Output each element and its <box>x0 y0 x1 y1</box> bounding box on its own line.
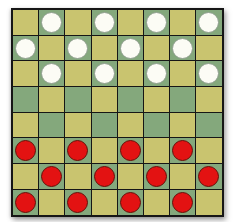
square-r5c8[interactable] <box>196 113 221 138</box>
white-man-piece[interactable]: ⛀ <box>172 38 193 59</box>
square-r2c8[interactable] <box>196 36 221 61</box>
square-r2c1[interactable]: ⛀ <box>13 36 38 61</box>
square-r8c6[interactable] <box>144 190 169 215</box>
white-man-piece[interactable]: ⛀ <box>146 63 167 84</box>
square-r1c4[interactable]: ⛀ <box>92 10 117 35</box>
red-man-piece[interactable]: ⛂ <box>146 166 167 187</box>
square-r5c2[interactable] <box>39 113 64 138</box>
square-r5c5[interactable] <box>118 113 143 138</box>
red-man-piece[interactable]: ⛂ <box>15 192 36 213</box>
square-r6c7[interactable]: ⛂ <box>170 138 195 163</box>
red-man-piece[interactable]: ⛂ <box>172 192 193 213</box>
square-r3c4[interactable]: ⛀ <box>92 61 117 86</box>
red-man-piece[interactable]: ⛂ <box>198 166 219 187</box>
board: ⛀⛀⛀⛀⛀⛀⛀⛀⛀⛀⛀⛀⛂⛂⛂⛂⛂⛂⛂⛂⛂⛂⛂⛂ <box>11 8 224 217</box>
square-r2c2[interactable] <box>39 36 64 61</box>
square-r3c7[interactable] <box>170 61 195 86</box>
square-r1c7[interactable] <box>170 10 195 35</box>
square-r7c1[interactable] <box>13 164 38 189</box>
red-man-piece[interactable]: ⛂ <box>120 192 141 213</box>
square-r4c5[interactable] <box>118 87 143 112</box>
square-r2c6[interactable] <box>144 36 169 61</box>
square-r4c7[interactable] <box>170 87 195 112</box>
square-r2c3[interactable]: ⛀ <box>65 36 90 61</box>
square-r6c5[interactable]: ⛂ <box>118 138 143 163</box>
square-r3c5[interactable] <box>118 61 143 86</box>
checkers-window: ⛀⛀⛀⛀⛀⛀⛀⛀⛀⛀⛀⛀⛂⛂⛂⛂⛂⛂⛂⛂⛂⛂⛂⛂ <box>0 0 235 222</box>
square-r3c8[interactable]: ⛀ <box>196 61 221 86</box>
square-r8c2[interactable] <box>39 190 64 215</box>
square-r7c4[interactable]: ⛂ <box>92 164 117 189</box>
square-r5c4[interactable] <box>92 113 117 138</box>
white-man-piece[interactable]: ⛀ <box>120 38 141 59</box>
square-r1c8[interactable]: ⛀ <box>196 10 221 35</box>
square-r6c8[interactable] <box>196 138 221 163</box>
red-man-piece[interactable]: ⛂ <box>15 140 36 161</box>
red-man-piece[interactable]: ⛂ <box>41 166 62 187</box>
white-man-piece[interactable]: ⛀ <box>198 63 219 84</box>
square-r7c5[interactable] <box>118 164 143 189</box>
square-r4c4[interactable] <box>92 87 117 112</box>
square-r7c8[interactable]: ⛂ <box>196 164 221 189</box>
white-man-piece[interactable]: ⛀ <box>94 12 115 33</box>
square-r4c6[interactable] <box>144 87 169 112</box>
square-r5c7[interactable] <box>170 113 195 138</box>
square-r1c2[interactable]: ⛀ <box>39 10 64 35</box>
square-r8c1[interactable]: ⛂ <box>13 190 38 215</box>
square-r2c5[interactable]: ⛀ <box>118 36 143 61</box>
square-r3c1[interactable] <box>13 61 38 86</box>
square-r2c7[interactable]: ⛀ <box>170 36 195 61</box>
square-r1c3[interactable] <box>65 10 90 35</box>
square-r7c3[interactable] <box>65 164 90 189</box>
square-r8c8[interactable] <box>196 190 221 215</box>
white-man-piece[interactable]: ⛀ <box>94 63 115 84</box>
square-r4c2[interactable] <box>39 87 64 112</box>
red-man-piece[interactable]: ⛂ <box>94 166 115 187</box>
square-r6c4[interactable] <box>92 138 117 163</box>
white-man-piece[interactable]: ⛀ <box>67 38 88 59</box>
white-man-piece[interactable]: ⛀ <box>146 12 167 33</box>
red-man-piece[interactable]: ⛂ <box>172 140 193 161</box>
white-man-piece[interactable]: ⛀ <box>41 12 62 33</box>
square-r5c3[interactable] <box>65 113 90 138</box>
square-r5c1[interactable] <box>13 113 38 138</box>
square-r1c1[interactable] <box>13 10 38 35</box>
square-r3c2[interactable]: ⛀ <box>39 61 64 86</box>
square-r7c7[interactable] <box>170 164 195 189</box>
square-r1c6[interactable]: ⛀ <box>144 10 169 35</box>
red-man-piece[interactable]: ⛂ <box>120 140 141 161</box>
white-man-piece[interactable]: ⛀ <box>41 63 62 84</box>
square-r6c3[interactable]: ⛂ <box>65 138 90 163</box>
square-r1c5[interactable] <box>118 10 143 35</box>
white-man-piece[interactable]: ⛀ <box>15 38 36 59</box>
square-r6c1[interactable]: ⛂ <box>13 138 38 163</box>
square-r8c4[interactable] <box>92 190 117 215</box>
square-r8c5[interactable]: ⛂ <box>118 190 143 215</box>
white-man-piece[interactable]: ⛀ <box>198 12 219 33</box>
square-r5c6[interactable] <box>144 113 169 138</box>
red-man-piece[interactable]: ⛂ <box>67 140 88 161</box>
square-r7c2[interactable]: ⛂ <box>39 164 64 189</box>
red-man-piece[interactable]: ⛂ <box>67 192 88 213</box>
square-r6c6[interactable] <box>144 138 169 163</box>
square-r4c8[interactable] <box>196 87 221 112</box>
square-r3c3[interactable] <box>65 61 90 86</box>
square-r2c4[interactable] <box>92 36 117 61</box>
square-r3c6[interactable]: ⛀ <box>144 61 169 86</box>
square-r6c2[interactable] <box>39 138 64 163</box>
square-r8c7[interactable]: ⛂ <box>170 190 195 215</box>
square-r4c1[interactable] <box>13 87 38 112</box>
square-r7c6[interactable]: ⛂ <box>144 164 169 189</box>
square-r8c3[interactable]: ⛂ <box>65 190 90 215</box>
square-r4c3[interactable] <box>65 87 90 112</box>
